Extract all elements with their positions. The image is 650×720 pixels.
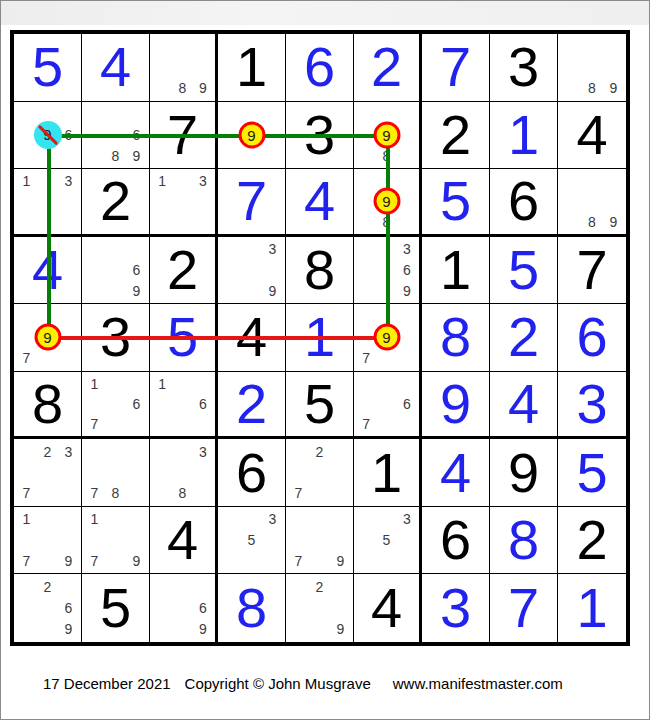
cell-value: 6 (286, 34, 353, 101)
pencil-mark-6: 6 (126, 260, 147, 281)
cell-r6c6[interactable]: 67 (354, 372, 422, 440)
pencil-mark-6: 6 (397, 394, 417, 414)
pencil-marks: 89 (152, 36, 213, 99)
pencil-marks: 369 (356, 239, 417, 302)
cell-value: 3 (422, 574, 489, 642)
pencil-mark-6: 6 (193, 598, 213, 619)
pencil-marks: 89 (560, 36, 624, 99)
cell-r7c6[interactable]: 1 (354, 439, 422, 507)
pencil-mark-7: 7 (84, 551, 105, 572)
pencil-marks: 689 (84, 104, 147, 167)
pencil-mark-3: 3 (262, 509, 283, 530)
cell-r3c2[interactable]: 2 (82, 169, 150, 237)
pencil-marks: 67 (356, 374, 417, 435)
pencil-mark-6: 6 (126, 124, 147, 145)
cell-value: 1 (354, 439, 419, 506)
pencil-mark-1: 1 (152, 374, 172, 394)
cell-r8c5[interactable]: 79 (286, 507, 354, 575)
cell-r4c4[interactable]: 39 (218, 237, 286, 305)
pencil-marks: 13 (152, 171, 213, 232)
pencil-marks: 179 (16, 509, 79, 572)
cell-value: 6 (218, 439, 285, 506)
cell-r3c9[interactable]: 89 (558, 169, 626, 237)
cell-r9c2[interactable]: 5 (82, 574, 150, 642)
cell-r6c4[interactable]: 2 (218, 372, 286, 440)
pencil-mark-6: 6 (397, 260, 417, 281)
copyright-text: Copyright © John Musgrave (185, 675, 371, 692)
pencil-mark-6: 6 (193, 394, 213, 414)
cell-r1c3[interactable]: 89 (150, 34, 218, 102)
pencil-mark-2: 2 (309, 441, 330, 462)
pencil-mark-8: 8 (105, 483, 126, 504)
pencil-mark-3: 3 (58, 171, 79, 191)
pencil-mark-7: 7 (16, 483, 37, 504)
pencil-mark-9: 9 (193, 78, 213, 99)
cell-value: 5 (490, 237, 557, 304)
cell-r6c8[interactable]: 4 (490, 372, 558, 440)
chain-node-bubble: 9 (34, 324, 61, 351)
cell-r8c7[interactable]: 6 (422, 507, 490, 575)
cell-value: 7 (218, 169, 285, 234)
cell-value: 8 (14, 372, 81, 437)
pencil-marks: 269 (16, 576, 79, 640)
cell-r9c5[interactable]: 29 (286, 574, 354, 642)
cell-value: 5 (82, 574, 149, 642)
cell-r8c6[interactable]: 35 (354, 507, 422, 575)
cell-value: 3 (286, 102, 353, 169)
cell-value: 4 (422, 439, 489, 506)
pencil-mark-8: 8 (172, 78, 192, 99)
pencil-marks: 589 (356, 104, 417, 167)
cell-value: 5 (14, 34, 81, 101)
cell-r9c1[interactable]: 269 (14, 574, 82, 642)
cell-r2c4[interactable]: 59 (218, 102, 286, 170)
cell-value: 7 (422, 34, 489, 101)
cell-r9c8[interactable]: 7 (490, 574, 558, 642)
cell-r3c8[interactable]: 6 (490, 169, 558, 237)
pencil-marks: 29 (288, 576, 351, 640)
cell-r4c7[interactable]: 1 (422, 237, 490, 305)
pencil-mark-7: 7 (16, 348, 37, 369)
pencil-marks: 27 (288, 441, 351, 504)
pencil-mark-3: 3 (58, 441, 79, 462)
pencil-marks: 35 (356, 509, 417, 572)
pencil-marks: 237 (16, 441, 79, 504)
cell-r3c1[interactable]: 13 (14, 169, 82, 237)
pencil-mark-1: 1 (16, 509, 37, 530)
cell-r3c3[interactable]: 13 (150, 169, 218, 237)
pencil-mark-8: 8 (581, 78, 602, 99)
pencil-marks: 79 (16, 306, 79, 369)
cell-value: 2 (82, 169, 149, 234)
cell-r7c8[interactable]: 9 (490, 439, 558, 507)
cell-value: 7 (150, 102, 215, 169)
cell-r4c8[interactable]: 5 (490, 237, 558, 305)
cell-r8c8[interactable]: 8 (490, 507, 558, 575)
pencil-mark-6: 6 (58, 598, 79, 619)
cell-value: 8 (422, 304, 489, 371)
pencil-mark-9: 9 (330, 619, 351, 640)
cell-value: 9 (490, 439, 557, 506)
pencil-mark-9: 9 (397, 211, 417, 231)
pencil-mark-9: 9 (126, 145, 147, 166)
cell-r1c2[interactable]: 4 (82, 34, 150, 102)
pencil-marks: 78 (84, 441, 147, 504)
cell-value: 4 (14, 237, 81, 304)
elimination-slash-icon (37, 125, 58, 146)
pencil-marks: 167 (84, 374, 147, 435)
pencil-mark-8: 8 (581, 211, 602, 231)
chain-node-bubble: 9 (373, 188, 400, 215)
pencil-marks: 59 (220, 104, 283, 167)
cell-r2c3[interactable]: 7 (150, 102, 218, 170)
pencil-mark-9: 9 (262, 280, 283, 301)
cell-value: 4 (218, 304, 285, 371)
pencil-mark-3: 3 (397, 239, 417, 260)
cell-r3c5[interactable]: 4 (286, 169, 354, 237)
cell-value: 4 (286, 169, 353, 234)
top-gradient-bar (1, 1, 649, 25)
cell-r4c6[interactable]: 369 (354, 237, 422, 305)
pencil-mark-6: 6 (126, 394, 147, 414)
cell-value: 4 (354, 574, 419, 642)
pencil-marks: 89 (356, 171, 417, 232)
pencil-marks: 16 (152, 374, 213, 435)
cell-r3c7[interactable]: 5 (422, 169, 490, 237)
cell-r3c4[interactable]: 7 (218, 169, 286, 237)
cell-value: 2 (490, 304, 557, 371)
cell-value: 2 (150, 237, 215, 304)
pencil-mark-7: 7 (16, 551, 37, 572)
chain-node-bubble: 9 (373, 324, 400, 351)
cell-value: 4 (558, 102, 626, 169)
pencil-marks: 35 (220, 509, 283, 572)
pencil-marks: 39 (220, 239, 283, 302)
pencil-marks: 69 (84, 239, 147, 302)
pencil-mark-7: 7 (356, 348, 376, 369)
eliminated-candidate-bubble: 9 (34, 121, 62, 149)
cell-r5c9[interactable]: 6 (558, 304, 626, 372)
date-text: 17 December 2021 (43, 675, 171, 692)
cell-value: 8 (218, 574, 285, 642)
pencil-mark-7: 7 (288, 551, 309, 572)
cell-value: 1 (490, 102, 557, 169)
pencil-mark-3: 3 (193, 441, 213, 462)
cell-r7c2[interactable]: 78 (82, 439, 150, 507)
pencil-mark-9: 9 (58, 551, 79, 572)
cell-r5c3[interactable]: 5 (150, 304, 218, 372)
pencil-mark-8: 8 (376, 145, 396, 166)
pencil-mark-9: 9 (397, 145, 417, 166)
cell-r4c5[interactable]: 8 (286, 237, 354, 305)
pencil-mark-9: 9 (126, 280, 147, 301)
cell-value: 2 (354, 34, 419, 101)
cell-r4c9[interactable]: 7 (558, 237, 626, 305)
pencil-mark-1: 1 (84, 374, 105, 394)
pencil-mark-9: 9 (126, 551, 147, 572)
cell-value: 1 (558, 574, 626, 642)
cell-r2c9[interactable]: 4 (558, 102, 626, 170)
pencil-mark-2: 2 (37, 441, 58, 462)
pencil-mark-9: 9 (330, 551, 351, 572)
cell-r4c3[interactable]: 2 (150, 237, 218, 305)
cell-value: 6 (558, 304, 626, 371)
cell-r5c8[interactable]: 2 (490, 304, 558, 372)
sudoku-board: 5489162738969689759358921413213748956894… (10, 30, 630, 646)
cell-r6c7[interactable]: 9 (422, 372, 490, 440)
cell-r1c9[interactable]: 89 (558, 34, 626, 102)
pencil-marks: 69 (152, 576, 213, 640)
cell-r5c6[interactable]: 79 (354, 304, 422, 372)
cell-value: 2 (422, 102, 489, 169)
pencil-mark-5: 5 (241, 530, 262, 551)
cell-r9c4[interactable]: 8 (218, 574, 286, 642)
pencil-marks: 38 (152, 441, 213, 504)
cell-r1c5[interactable]: 6 (286, 34, 354, 102)
pencil-mark-7: 7 (84, 483, 105, 504)
pencil-mark-3: 3 (262, 239, 283, 260)
pencil-mark-9: 9 (397, 280, 417, 301)
cell-r7c9[interactable]: 5 (558, 439, 626, 507)
pencil-mark-3: 3 (193, 171, 213, 191)
pencil-mark-1: 1 (152, 171, 172, 191)
cell-r5c4[interactable]: 4 (218, 304, 286, 372)
cell-r2c7[interactable]: 2 (422, 102, 490, 170)
cell-r7c5[interactable]: 27 (286, 439, 354, 507)
cell-r2c5[interactable]: 3 (286, 102, 354, 170)
pencil-mark-5: 5 (376, 530, 396, 551)
pencil-mark-9: 9 (58, 619, 79, 640)
pencil-mark-8: 8 (172, 483, 192, 504)
cell-r5c2[interactable]: 3 (82, 304, 150, 372)
cell-r1c6[interactable]: 2 (354, 34, 422, 102)
pencil-marks: 79 (356, 306, 417, 369)
cell-r5c5[interactable]: 1 (286, 304, 354, 372)
cell-r2c2[interactable]: 689 (82, 102, 150, 170)
cell-r6c3[interactable]: 16 (150, 372, 218, 440)
cell-r9c9[interactable]: 1 (558, 574, 626, 642)
cell-r1c1[interactable]: 5 (14, 34, 82, 102)
pencil-marks: 179 (84, 509, 147, 572)
cell-r6c1[interactable]: 8 (14, 372, 82, 440)
cell-value: 5 (422, 169, 489, 234)
footer: 17 December 2021Copyright © John Musgrav… (43, 675, 563, 692)
cell-r1c8[interactable]: 3 (490, 34, 558, 102)
cell-value: 4 (82, 34, 149, 101)
pencil-marks: 89 (560, 171, 624, 232)
cell-r9c7[interactable]: 3 (422, 574, 490, 642)
cell-r7c4[interactable]: 6 (218, 439, 286, 507)
pencil-mark-1: 1 (16, 171, 37, 191)
cell-value: 2 (558, 507, 626, 574)
cell-value: 2 (218, 372, 285, 437)
cell-r5c7[interactable]: 8 (422, 304, 490, 372)
cell-value: 4 (150, 507, 215, 574)
pencil-mark-2: 2 (37, 576, 58, 597)
cell-r8c4[interactable]: 35 (218, 507, 286, 575)
cell-value: 3 (558, 372, 626, 437)
cell-r9c3[interactable]: 69 (150, 574, 218, 642)
pencil-marks: 79 (288, 509, 351, 572)
pencil-mark-9: 9 (262, 145, 283, 166)
pencil-mark-9: 9 (193, 619, 213, 640)
cell-value: 8 (490, 507, 557, 574)
cell-value: 6 (422, 507, 489, 574)
cell-value: 4 (490, 372, 557, 437)
pencil-mark-9: 9 (603, 211, 624, 231)
page-frame: 5489162738969689759358921413213748956894… (0, 0, 650, 720)
pencil-mark-7: 7 (356, 414, 376, 434)
cell-value: 3 (82, 304, 149, 371)
cell-r6c2[interactable]: 167 (82, 372, 150, 440)
pencil-mark-9: 9 (603, 78, 624, 99)
pencil-mark-8: 8 (105, 145, 126, 166)
cell-value: 5 (558, 439, 626, 506)
cell-r9c6[interactable]: 4 (354, 574, 422, 642)
cell-value: 5 (150, 304, 215, 371)
chain-node-bubble: 9 (373, 121, 400, 148)
pencil-mark-9: 9 (397, 348, 417, 369)
cell-r8c3[interactable]: 4 (150, 507, 218, 575)
pencil-mark-7: 7 (84, 414, 105, 434)
cell-r7c1[interactable]: 237 (14, 439, 82, 507)
pencil-marks: 13 (16, 171, 79, 232)
cell-r2c8[interactable]: 1 (490, 102, 558, 170)
pencil-mark-1: 1 (84, 509, 105, 530)
cell-r1c7[interactable]: 7 (422, 34, 490, 102)
cell-value: 1 (286, 304, 353, 371)
cell-r2c1[interactable]: 69 (14, 102, 82, 170)
cell-r5c1[interactable]: 79 (14, 304, 82, 372)
cell-value: 7 (558, 237, 626, 304)
cell-r1c4[interactable]: 1 (218, 34, 286, 102)
cell-r4c1[interactable]: 4 (14, 237, 82, 305)
cell-value: 6 (490, 169, 557, 234)
cell-value: 7 (490, 574, 557, 642)
cell-r4c2[interactable]: 69 (82, 237, 150, 305)
cell-r8c2[interactable]: 179 (82, 507, 150, 575)
website-text: www.manifestmaster.com (393, 675, 563, 692)
cell-r8c9[interactable]: 2 (558, 507, 626, 575)
cell-value: 5 (286, 372, 353, 437)
cell-r6c9[interactable]: 3 (558, 372, 626, 440)
cell-value: 3 (490, 34, 557, 101)
cell-r3c6[interactable]: 89 (354, 169, 422, 237)
cell-value: 9 (422, 372, 489, 437)
cell-r8c1[interactable]: 179 (14, 507, 82, 575)
pencil-mark-9: 9 (58, 145, 79, 166)
cell-value: 1 (422, 237, 489, 304)
cell-value: 8 (286, 237, 353, 304)
cell-r2c6[interactable]: 589 (354, 102, 422, 170)
pencil-mark-9: 9 (58, 348, 79, 369)
pencil-mark-3: 3 (397, 509, 417, 530)
cell-r6c5[interactable]: 5 (286, 372, 354, 440)
cell-r7c7[interactable]: 4 (422, 439, 490, 507)
chain-node-bubble: 9 (238, 121, 265, 148)
pencil-marks: 69 (16, 104, 79, 167)
pencil-mark-2: 2 (309, 576, 330, 597)
cell-r7c3[interactable]: 38 (150, 439, 218, 507)
cell-value: 1 (218, 34, 285, 101)
pencil-mark-7: 7 (288, 483, 309, 504)
